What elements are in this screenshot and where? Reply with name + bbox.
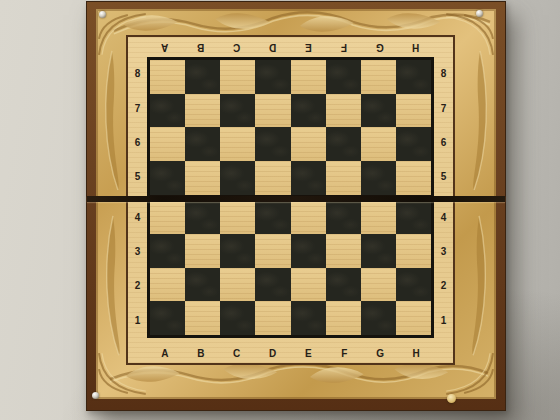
square-e4[interactable] <box>291 201 326 235</box>
rank-label-text: 4 <box>441 212 447 223</box>
file-label-text: B <box>197 42 204 53</box>
square-c8[interactable] <box>220 60 255 94</box>
file-label: A <box>147 37 183 57</box>
file-label-text: F <box>341 349 347 360</box>
corner-pin-top-right <box>476 10 483 17</box>
rank-label-text: 2 <box>135 281 141 292</box>
square-a1[interactable] <box>150 301 185 335</box>
square-g3[interactable] <box>361 234 396 268</box>
rank-label-text: 7 <box>135 103 141 114</box>
file-label: C <box>219 37 255 57</box>
square-c3[interactable] <box>220 234 255 268</box>
file-label-text: A <box>161 349 168 360</box>
file-label: D <box>255 345 291 363</box>
rank-label-text: 1 <box>441 316 447 327</box>
square-d5[interactable] <box>255 161 290 195</box>
square-c5[interactable] <box>220 161 255 195</box>
square-a6[interactable] <box>150 127 185 161</box>
fold-hinge-line <box>87 196 505 202</box>
square-a8[interactable] <box>150 60 185 94</box>
file-label-text: G <box>376 349 384 360</box>
file-label: E <box>291 345 327 363</box>
square-h2[interactable] <box>396 268 431 302</box>
square-d1[interactable] <box>255 301 290 335</box>
rank-label-text: 8 <box>135 69 141 80</box>
rank-label: 6 <box>128 126 147 160</box>
square-g1[interactable] <box>361 301 396 335</box>
square-h1[interactable] <box>396 301 431 335</box>
square-c1[interactable] <box>220 301 255 335</box>
rank-label: 8 <box>434 57 453 91</box>
square-e3[interactable] <box>291 234 326 268</box>
square-g7[interactable] <box>361 94 396 128</box>
square-b3[interactable] <box>185 234 220 268</box>
square-b7[interactable] <box>185 94 220 128</box>
file-label: F <box>326 345 362 363</box>
file-label-text: G <box>376 42 384 53</box>
square-d2[interactable] <box>255 268 290 302</box>
rank-label: 3 <box>128 235 147 269</box>
square-f4[interactable] <box>326 201 361 235</box>
file-label-text: C <box>233 42 240 53</box>
rank-label: 5 <box>128 160 147 194</box>
square-f1[interactable] <box>326 301 361 335</box>
square-h6[interactable] <box>396 127 431 161</box>
file-labels-top: ABCDEFGH <box>147 37 434 57</box>
square-e8[interactable] <box>291 60 326 94</box>
square-e1[interactable] <box>291 301 326 335</box>
file-label: B <box>183 345 219 363</box>
square-a7[interactable] <box>150 94 185 128</box>
square-e5[interactable] <box>291 161 326 195</box>
square-g6[interactable] <box>361 127 396 161</box>
corner-pin-bottom-left <box>92 392 99 399</box>
square-b4[interactable] <box>185 201 220 235</box>
square-d7[interactable] <box>255 94 290 128</box>
square-b5[interactable] <box>185 161 220 195</box>
rank-label-text: 8 <box>441 69 447 80</box>
file-label: B <box>183 37 219 57</box>
file-label-text: E <box>305 349 312 360</box>
file-label: D <box>255 37 291 57</box>
square-b6[interactable] <box>185 127 220 161</box>
file-label-text: F <box>341 42 347 53</box>
square-a5[interactable] <box>150 161 185 195</box>
square-g5[interactable] <box>361 161 396 195</box>
rank-label-text: 5 <box>135 172 141 183</box>
file-label: F <box>326 37 362 57</box>
square-a3[interactable] <box>150 234 185 268</box>
rank-label: 6 <box>434 126 453 160</box>
rank-label: 3 <box>434 235 453 269</box>
rank-label: 1 <box>434 304 453 338</box>
square-h4[interactable] <box>396 201 431 235</box>
square-f2[interactable] <box>326 268 361 302</box>
square-h7[interactable] <box>396 94 431 128</box>
square-d4[interactable] <box>255 201 290 235</box>
square-h3[interactable] <box>396 234 431 268</box>
square-b8[interactable] <box>185 60 220 94</box>
file-label: E <box>291 37 327 57</box>
corner-pin-top-left <box>99 11 106 18</box>
square-g8[interactable] <box>361 60 396 94</box>
square-f3[interactable] <box>326 234 361 268</box>
file-labels-bottom: ABCDEFGH <box>147 338 434 363</box>
square-d6[interactable] <box>255 127 290 161</box>
square-d3[interactable] <box>255 234 290 268</box>
rank-label: 7 <box>434 91 453 125</box>
rank-label: 5 <box>434 160 453 194</box>
rank-label-text: 6 <box>441 138 447 149</box>
square-a2[interactable] <box>150 268 185 302</box>
rank-label: 4 <box>128 201 147 235</box>
file-label-text: D <box>269 349 276 360</box>
file-label-text: C <box>233 349 240 360</box>
square-e7[interactable] <box>291 94 326 128</box>
square-b1[interactable] <box>185 301 220 335</box>
square-e6[interactable] <box>291 127 326 161</box>
rank-label-text: 5 <box>441 172 447 183</box>
file-label-text: A <box>161 42 168 53</box>
rank-label: 2 <box>128 269 147 303</box>
square-c2[interactable] <box>220 268 255 302</box>
rank-label-text: 7 <box>441 103 447 114</box>
square-d8[interactable] <box>255 60 290 94</box>
file-label-text: D <box>269 42 276 53</box>
file-label: G <box>362 37 398 57</box>
square-c6[interactable] <box>220 127 255 161</box>
square-g4[interactable] <box>361 201 396 235</box>
file-label-text: B <box>197 349 204 360</box>
square-f5[interactable] <box>326 161 361 195</box>
square-f8[interactable] <box>326 60 361 94</box>
corner-plug-bottom-right <box>447 394 456 403</box>
square-a4[interactable] <box>150 201 185 235</box>
file-label: C <box>219 345 255 363</box>
file-label: H <box>398 345 434 363</box>
square-h5[interactable] <box>396 161 431 195</box>
square-f6[interactable] <box>326 127 361 161</box>
file-label: G <box>362 345 398 363</box>
file-label-text: H <box>412 42 419 53</box>
chess-box: ABCDEFGH ABCDEFGH 87654321 87654321 <box>86 1 506 411</box>
square-g2[interactable] <box>361 268 396 302</box>
rank-label: 7 <box>128 91 147 125</box>
rank-label-text: 1 <box>135 316 141 327</box>
rank-label: 2 <box>434 269 453 303</box>
file-label: A <box>147 345 183 363</box>
rank-label-text: 4 <box>135 212 141 223</box>
square-e2[interactable] <box>291 268 326 302</box>
square-c7[interactable] <box>220 94 255 128</box>
rank-label: 4 <box>434 201 453 235</box>
square-f7[interactable] <box>326 94 361 128</box>
file-label: H <box>398 37 434 57</box>
square-h8[interactable] <box>396 60 431 94</box>
square-b2[interactable] <box>185 268 220 302</box>
rank-label-text: 2 <box>441 281 447 292</box>
rank-label: 8 <box>128 57 147 91</box>
square-c4[interactable] <box>220 201 255 235</box>
rank-label-text: 3 <box>441 247 447 258</box>
file-label-text: H <box>412 349 419 360</box>
rank-label-text: 3 <box>135 247 141 258</box>
rank-label: 1 <box>128 304 147 338</box>
file-label-text: E <box>305 42 312 53</box>
rank-label-text: 6 <box>135 138 141 149</box>
